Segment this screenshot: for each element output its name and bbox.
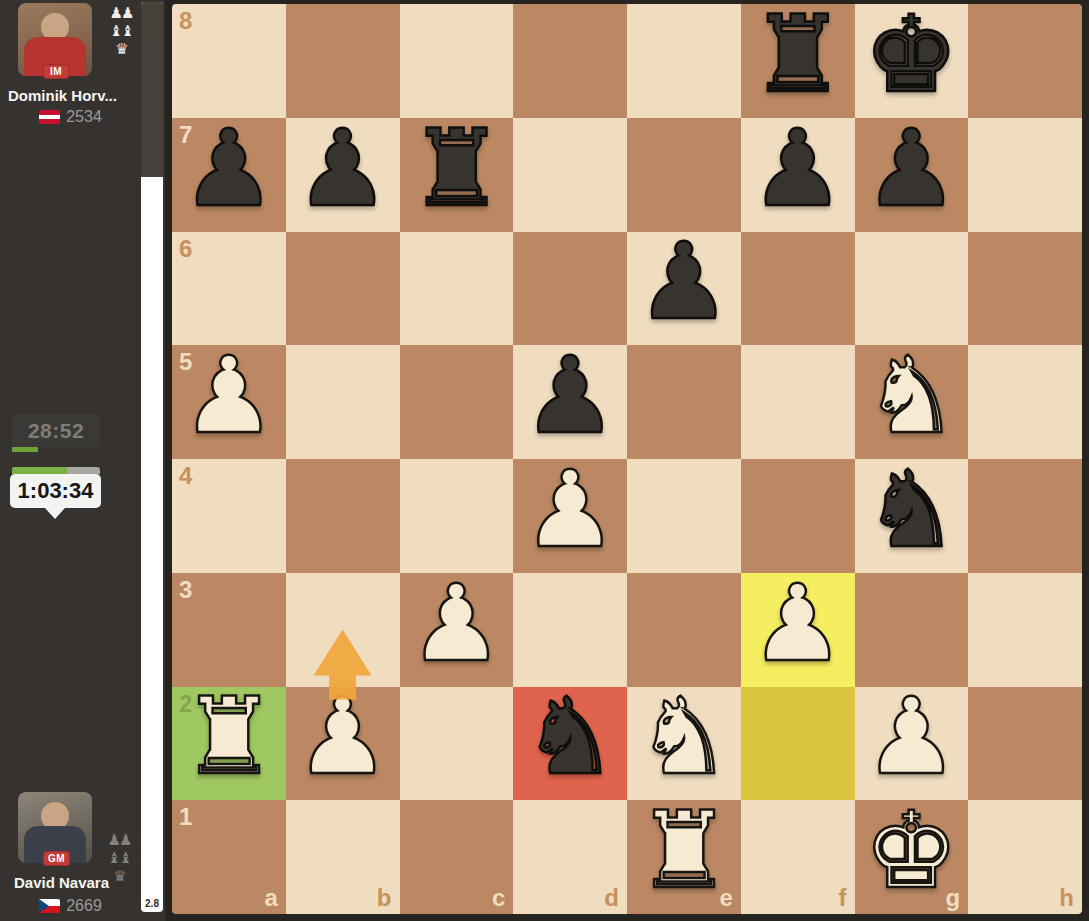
file-label-f: f: [839, 886, 847, 910]
file-label-b: b: [377, 886, 392, 910]
white-pawn[interactable]: ♟: [855, 681, 969, 795]
square-g6[interactable]: [855, 232, 969, 346]
file-label-h: h: [1059, 886, 1074, 910]
square-d7[interactable]: [513, 118, 627, 232]
square-h8[interactable]: [968, 4, 1082, 118]
clock-bottom-progress-fill: [12, 467, 67, 474]
captured-pawns-icon: ♟♟: [104, 4, 138, 22]
rating-row-bottom: 2669: [0, 897, 141, 915]
square-f5[interactable]: [741, 345, 855, 459]
eval-bar-black-portion: [141, 2, 163, 177]
square-h2[interactable]: [968, 687, 1082, 801]
square-c3[interactable]: ♟: [400, 573, 514, 687]
square-b1[interactable]: b: [286, 800, 400, 914]
black-pawn[interactable]: ♟: [286, 112, 400, 226]
white-knight[interactable]: ♞: [627, 681, 741, 795]
square-a3[interactable]: 3: [172, 573, 286, 687]
rank-label-3: 3: [179, 578, 192, 602]
square-b6[interactable]: [286, 232, 400, 346]
square-h7[interactable]: [968, 118, 1082, 232]
captured-pawns-icon: ♟♟: [102, 831, 136, 849]
rank-label-1: 1: [179, 805, 192, 829]
black-pawn[interactable]: ♟: [513, 339, 627, 453]
square-c1[interactable]: c: [400, 800, 514, 914]
black-pawn[interactable]: ♟: [627, 226, 741, 340]
white-pawn[interactable]: ♟: [286, 681, 400, 795]
square-e6[interactable]: ♟: [627, 232, 741, 346]
file-label-a: a: [264, 886, 277, 910]
square-f3[interactable]: ♟: [741, 573, 855, 687]
square-e5[interactable]: [627, 345, 741, 459]
file-label-c: c: [492, 886, 505, 910]
rank-label-4: 4: [179, 464, 192, 488]
white-knight[interactable]: ♞: [855, 339, 969, 453]
captured-bishops-icon: ♝♝: [102, 849, 136, 867]
file-label-d: d: [604, 886, 619, 910]
square-h3[interactable]: [968, 573, 1082, 687]
square-a1[interactable]: 1a: [172, 800, 286, 914]
square-b7[interactable]: ♟: [286, 118, 400, 232]
square-a5[interactable]: 5♟: [172, 345, 286, 459]
board-grid: 8♜♚7♟♟♜♟♟6♟5♟♟♞4♟♞3♟♟2♜♟♞♞♟1abcde♜fg♚h: [172, 4, 1082, 914]
square-c7[interactable]: ♜: [400, 118, 514, 232]
square-h4[interactable]: [968, 459, 1082, 573]
square-g4[interactable]: ♞: [855, 459, 969, 573]
title-badge-bottom: GM: [43, 851, 70, 866]
square-g8[interactable]: ♚: [855, 4, 969, 118]
square-g1[interactable]: g♚: [855, 800, 969, 914]
clock-bottom-progress: [12, 467, 100, 474]
black-king[interactable]: ♚: [855, 4, 969, 112]
rating-row-top: 2534: [0, 108, 141, 126]
player-rating-top: 2534: [66, 108, 102, 126]
board-frame: 8♜♚7♟♟♜♟♟6♟5♟♟♞4♟♞3♟♟2♜♟♞♞♟1abcde♜fg♚h: [165, 0, 1089, 921]
square-f6[interactable]: [741, 232, 855, 346]
square-f7[interactable]: ♟: [741, 118, 855, 232]
square-c2[interactable]: [400, 687, 514, 801]
captured-queen-icon: ♛: [104, 40, 138, 58]
clock-top: 28:52: [12, 414, 100, 447]
captured-pieces-top: ♟♟ ♝♝ ♛: [104, 4, 138, 58]
square-g5[interactable]: ♞: [855, 345, 969, 459]
square-c8[interactable]: [400, 4, 514, 118]
square-e4[interactable]: [627, 459, 741, 573]
square-g7[interactable]: ♟: [855, 118, 969, 232]
black-pawn[interactable]: ♟: [741, 112, 855, 226]
square-a6[interactable]: 6: [172, 232, 286, 346]
white-pawn[interactable]: ♟: [741, 567, 855, 681]
square-d4[interactable]: ♟: [513, 459, 627, 573]
square-f1[interactable]: f: [741, 800, 855, 914]
square-a2[interactable]: 2♜: [172, 687, 286, 801]
clock-top-time-bar: [12, 447, 38, 452]
square-a4[interactable]: 4: [172, 459, 286, 573]
square-d3[interactable]: [513, 573, 627, 687]
square-a8[interactable]: 8: [172, 4, 286, 118]
player-name-top: Dominik Horv...: [8, 87, 117, 104]
clock-bottom-pointer: [45, 508, 65, 519]
square-c6[interactable]: [400, 232, 514, 346]
square-e2[interactable]: ♞: [627, 687, 741, 801]
player-rating-bottom: 2669: [66, 897, 102, 915]
square-e8[interactable]: [627, 4, 741, 118]
rank-label-8: 8: [179, 9, 192, 33]
white-rook[interactable]: ♜: [627, 794, 741, 908]
eval-score: 2.8: [141, 898, 163, 909]
square-h1[interactable]: h: [968, 800, 1082, 914]
square-g2[interactable]: ♟: [855, 687, 969, 801]
square-c5[interactable]: [400, 345, 514, 459]
square-b2[interactable]: ♟: [286, 687, 400, 801]
captured-bishops-icon: ♝♝: [104, 22, 138, 40]
square-e1[interactable]: e♜: [627, 800, 741, 914]
black-knight[interactable]: ♞: [513, 681, 627, 795]
square-h5[interactable]: [968, 345, 1082, 459]
black-knight[interactable]: ♞: [855, 453, 969, 567]
square-a7[interactable]: 7♟: [172, 118, 286, 232]
broadcast-app: IM ♟♟ ♝♝ ♛ Dominik Horv... 2534 28:52 1:…: [0, 0, 1089, 921]
square-f2[interactable]: [741, 687, 855, 801]
square-c4[interactable]: [400, 459, 514, 573]
square-f8[interactable]: ♜: [741, 4, 855, 118]
white-king[interactable]: ♚: [855, 794, 969, 908]
clock-bottom: 1:03:34: [10, 474, 101, 508]
square-h6[interactable]: [968, 232, 1082, 346]
square-d8[interactable]: [513, 4, 627, 118]
czech-flag-icon: [39, 899, 60, 913]
square-d2[interactable]: ♞: [513, 687, 627, 801]
black-rook[interactable]: ♜: [400, 112, 514, 226]
square-d6[interactable]: [513, 232, 627, 346]
square-b3[interactable]: [286, 573, 400, 687]
austria-flag-icon: [39, 110, 60, 124]
square-f4[interactable]: [741, 459, 855, 573]
eval-bar: 2.8: [141, 2, 163, 912]
black-pawn[interactable]: ♟: [172, 112, 286, 226]
square-d5[interactable]: ♟: [513, 345, 627, 459]
black-rook[interactable]: ♜: [741, 4, 855, 112]
white-pawn[interactable]: ♟: [400, 567, 514, 681]
black-pawn[interactable]: ♟: [855, 112, 969, 226]
white-rook[interactable]: ♜: [172, 681, 286, 795]
square-b8[interactable]: [286, 4, 400, 118]
square-g3[interactable]: [855, 573, 969, 687]
white-pawn[interactable]: ♟: [172, 339, 286, 453]
white-pawn[interactable]: ♟: [513, 453, 627, 567]
square-e3[interactable]: [627, 573, 741, 687]
rank-label-6: 6: [179, 237, 192, 261]
square-e7[interactable]: [627, 118, 741, 232]
player-name-bottom: David Navara: [14, 874, 109, 891]
square-b4[interactable]: [286, 459, 400, 573]
square-d1[interactable]: d: [513, 800, 627, 914]
square-b5[interactable]: [286, 345, 400, 459]
title-badge-top: IM: [43, 64, 69, 79]
